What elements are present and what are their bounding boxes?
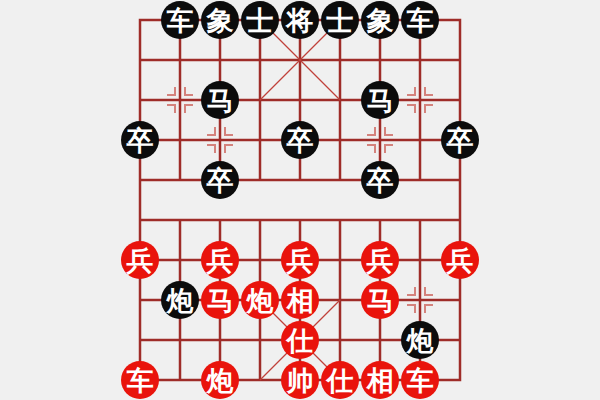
black-soldier-glyph: 卒 [201, 161, 239, 199]
piece-black-chariot[interactable]: 车 [160, 0, 200, 40]
piece-red-soldier[interactable]: 兵 [360, 240, 400, 280]
red-elephant-glyph: 相 [281, 281, 319, 319]
piece-black-soldier[interactable]: 卒 [120, 120, 160, 160]
piece-black-general[interactable]: 将 [280, 0, 320, 40]
piece-black-horse[interactable]: 马 [200, 80, 240, 120]
red-horse-glyph: 马 [361, 281, 399, 319]
black-cannon-glyph: 炮 [161, 281, 199, 319]
piece-red-soldier[interactable]: 兵 [280, 240, 320, 280]
red-soldier-glyph: 兵 [441, 241, 479, 279]
black-horse-glyph: 马 [201, 81, 239, 119]
black-elephant-glyph: 象 [361, 1, 399, 39]
piece-red-horse[interactable]: 马 [360, 280, 400, 320]
piece-red-advisor[interactable]: 仕 [280, 320, 320, 360]
black-soldier-glyph: 卒 [441, 121, 479, 159]
piece-black-elephant[interactable]: 象 [360, 0, 400, 40]
piece-black-soldier[interactable]: 卒 [280, 120, 320, 160]
black-soldier-glyph: 卒 [121, 121, 159, 159]
piece-black-soldier[interactable]: 卒 [440, 120, 480, 160]
piece-black-cannon[interactable]: 炮 [400, 320, 440, 360]
piece-red-elephant[interactable]: 相 [280, 280, 320, 320]
piece-red-cannon[interactable]: 炮 [240, 280, 280, 320]
piece-red-elephant[interactable]: 相 [360, 360, 400, 400]
piece-black-advisor[interactable]: 士 [240, 0, 280, 40]
red-advisor-glyph: 仕 [321, 361, 359, 399]
piece-black-cannon[interactable]: 炮 [160, 280, 200, 320]
black-chariot-glyph: 车 [161, 1, 199, 39]
pieces-layer: 车象士将士象车马马卒卒卒卒卒炮炮兵兵兵兵兵马炮相马仕车炮帅仕相车 [120, 0, 480, 400]
piece-red-soldier[interactable]: 兵 [440, 240, 480, 280]
piece-black-advisor[interactable]: 士 [320, 0, 360, 40]
black-horse-glyph: 马 [361, 81, 399, 119]
red-advisor-glyph: 仕 [281, 321, 319, 359]
piece-black-soldier[interactable]: 卒 [360, 160, 400, 200]
black-chariot-glyph: 车 [401, 1, 439, 39]
red-soldier-glyph: 兵 [281, 241, 319, 279]
xiangqi-board: 车象士将士象车马马卒卒卒卒卒炮炮兵兵兵兵兵马炮相马仕车炮帅仕相车 [120, 0, 480, 400]
piece-red-cannon[interactable]: 炮 [200, 360, 240, 400]
piece-red-horse[interactable]: 马 [200, 280, 240, 320]
red-general-glyph: 帅 [281, 361, 319, 399]
red-chariot-glyph: 车 [401, 361, 439, 399]
red-chariot-glyph: 车 [121, 361, 159, 399]
piece-black-soldier[interactable]: 卒 [200, 160, 240, 200]
piece-red-chariot[interactable]: 车 [400, 360, 440, 400]
black-elephant-glyph: 象 [201, 1, 239, 39]
piece-red-general[interactable]: 帅 [280, 360, 320, 400]
piece-black-elephant[interactable]: 象 [200, 0, 240, 40]
red-soldier-glyph: 兵 [201, 241, 239, 279]
red-cannon-glyph: 炮 [201, 361, 239, 399]
black-advisor-glyph: 士 [241, 1, 279, 39]
piece-red-chariot[interactable]: 车 [120, 360, 160, 400]
black-cannon-glyph: 炮 [401, 321, 439, 359]
black-advisor-glyph: 士 [321, 1, 359, 39]
page-background: 车象士将士象车马马卒卒卒卒卒炮炮兵兵兵兵兵马炮相马仕车炮帅仕相车 [0, 0, 600, 400]
piece-red-advisor[interactable]: 仕 [320, 360, 360, 400]
piece-black-chariot[interactable]: 车 [400, 0, 440, 40]
red-soldier-glyph: 兵 [361, 241, 399, 279]
piece-red-soldier[interactable]: 兵 [200, 240, 240, 280]
black-soldier-glyph: 卒 [281, 121, 319, 159]
piece-red-soldier[interactable]: 兵 [120, 240, 160, 280]
red-horse-glyph: 马 [201, 281, 239, 319]
piece-black-horse[interactable]: 马 [360, 80, 400, 120]
black-soldier-glyph: 卒 [361, 161, 399, 199]
black-general-glyph: 将 [281, 1, 319, 39]
red-cannon-glyph: 炮 [241, 281, 279, 319]
red-soldier-glyph: 兵 [121, 241, 159, 279]
red-elephant-glyph: 相 [361, 361, 399, 399]
